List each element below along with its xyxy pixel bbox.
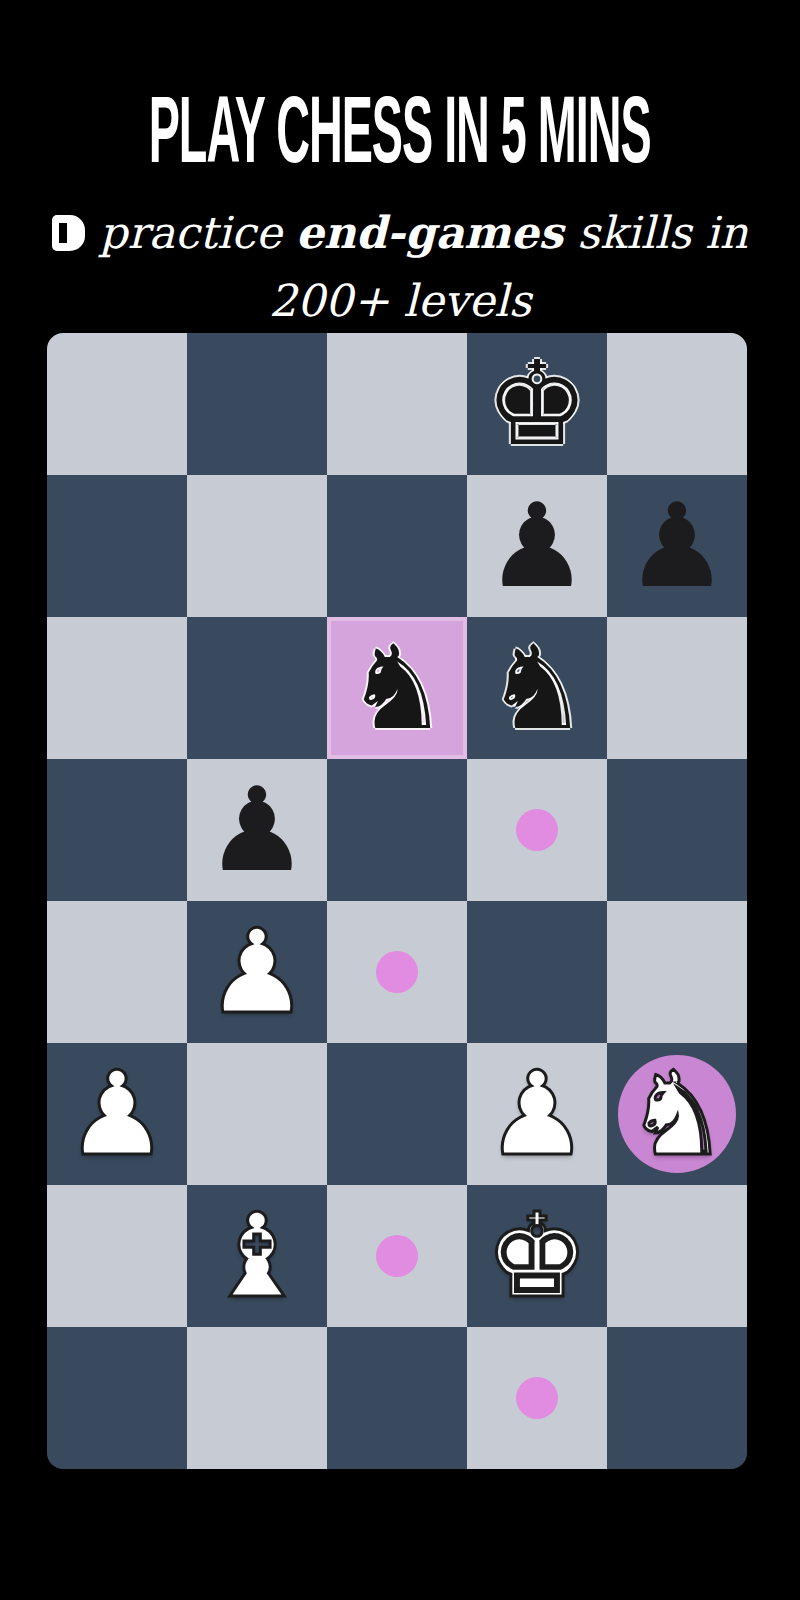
black-knight-d6: ♞	[467, 617, 607, 759]
white-pawn-b4: ♟	[187, 901, 327, 1043]
square-a3[interactable]: ♟	[47, 1043, 187, 1185]
square-a6[interactable]	[47, 617, 187, 759]
subtitle: practice end-games skills in 200+ levels	[0, 199, 800, 335]
square-d4[interactable]	[467, 901, 607, 1043]
black-pawn-b5: ♟	[187, 759, 327, 901]
square-a7[interactable]	[47, 475, 187, 617]
square-d1[interactable]	[467, 1327, 607, 1469]
square-c6[interactable]: ♞	[327, 617, 467, 759]
square-e1[interactable]	[607, 1327, 747, 1469]
square-c8[interactable]	[327, 333, 467, 475]
white-king-d2: ♚	[467, 1185, 607, 1327]
black-king-d8: ♚	[467, 333, 607, 475]
subtitle-pre: practice	[99, 199, 282, 267]
square-c3[interactable]	[327, 1043, 467, 1185]
square-c7[interactable]	[327, 475, 467, 617]
black-pawn-e7: ♟	[607, 475, 747, 617]
square-c5[interactable]	[327, 759, 467, 901]
square-d5[interactable]	[467, 759, 607, 901]
square-a5[interactable]	[47, 759, 187, 901]
hero-header: PLAY CHESS IN 5 MINS practice end-games …	[0, 0, 800, 335]
square-b2[interactable]: ♝	[187, 1185, 327, 1327]
square-b8[interactable]	[187, 333, 327, 475]
square-e4[interactable]	[607, 901, 747, 1043]
subtitle-line-2: 200+ levels	[0, 267, 800, 335]
black-knight-c6: ♞	[327, 617, 467, 759]
square-b6[interactable]	[187, 617, 327, 759]
square-e8[interactable]	[607, 333, 747, 475]
legal-move-dot[interactable]	[516, 1377, 558, 1419]
white-bishop-b2: ♝	[187, 1185, 327, 1327]
d-logo-bullet-icon	[52, 215, 85, 251]
legal-move-dot[interactable]	[376, 1235, 418, 1277]
square-a1[interactable]	[47, 1327, 187, 1469]
square-e6[interactable]	[607, 617, 747, 759]
white-knight-e3: ♞	[607, 1043, 747, 1185]
white-pawn-d3: ♟	[467, 1043, 607, 1185]
square-d8[interactable]: ♚	[467, 333, 607, 475]
square-d2[interactable]: ♚	[467, 1185, 607, 1327]
subtitle-line-1: practice end-games skills in	[0, 199, 800, 267]
black-pawn-d7: ♟	[467, 475, 607, 617]
square-b5[interactable]: ♟	[187, 759, 327, 901]
square-e3[interactable]: ♞	[607, 1043, 747, 1185]
square-a2[interactable]	[47, 1185, 187, 1327]
square-d6[interactable]: ♞	[467, 617, 607, 759]
app-screen: PLAY CHESS IN 5 MINS practice end-games …	[0, 0, 800, 1600]
chess-board: ♚♟♟♞♞♟♟♟♟♞♝♚	[47, 333, 747, 1469]
square-e5[interactable]	[607, 759, 747, 901]
square-d7[interactable]: ♟	[467, 475, 607, 617]
square-c2[interactable]	[327, 1185, 467, 1327]
legal-move-dot[interactable]	[376, 951, 418, 993]
white-pawn-a3: ♟	[47, 1043, 187, 1185]
square-b7[interactable]	[187, 475, 327, 617]
square-a8[interactable]	[47, 333, 187, 475]
legal-move-dot[interactable]	[516, 809, 558, 851]
square-e7[interactable]: ♟	[607, 475, 747, 617]
square-a4[interactable]	[47, 901, 187, 1043]
square-d3[interactable]: ♟	[467, 1043, 607, 1185]
square-c1[interactable]	[327, 1327, 467, 1469]
subtitle-post: skills in	[577, 199, 747, 267]
square-e2[interactable]	[607, 1185, 747, 1327]
page-title: PLAY CHESS IN 5 MINS	[149, 75, 651, 183]
subtitle-bold: end-games	[296, 199, 564, 267]
square-b4[interactable]: ♟	[187, 901, 327, 1043]
square-b3[interactable]	[187, 1043, 327, 1185]
square-b1[interactable]	[187, 1327, 327, 1469]
square-c4[interactable]	[327, 901, 467, 1043]
